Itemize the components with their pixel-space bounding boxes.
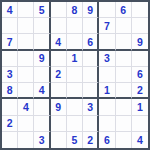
- cell-r3c4[interactable]: 4: [51, 34, 67, 50]
- cell-r7c2[interactable]: 4: [18, 99, 34, 115]
- cell-r7c4[interactable]: 9: [51, 99, 67, 115]
- cell-r7c1[interactable]: [2, 99, 18, 115]
- cell-r6c3[interactable]: 4: [34, 83, 50, 99]
- cell-r6c6[interactable]: [83, 83, 99, 99]
- cell-r9c3[interactable]: 3: [34, 132, 50, 148]
- cell-r5c8[interactable]: [116, 67, 132, 83]
- cell-r2c3[interactable]: [34, 18, 50, 34]
- cell-r7c6[interactable]: 3: [83, 99, 99, 115]
- cell-r8c5[interactable]: [67, 116, 83, 132]
- cell-r9c9[interactable]: 4: [132, 132, 148, 148]
- cell-r8c3[interactable]: [34, 116, 50, 132]
- cell-r1c2[interactable]: [18, 2, 34, 18]
- cell-r7c5[interactable]: [67, 99, 83, 115]
- cell-r1c6[interactable]: 9: [83, 2, 99, 18]
- cell-r7c3[interactable]: [34, 99, 50, 115]
- cell-r2c7[interactable]: 7: [99, 18, 115, 34]
- cell-r3c2[interactable]: [18, 34, 34, 50]
- cell-r8c7[interactable]: [99, 116, 115, 132]
- cell-r4c7[interactable]: 3: [99, 51, 115, 67]
- cell-r4c2[interactable]: [18, 51, 34, 67]
- cell-r3c7[interactable]: [99, 34, 115, 50]
- cell-r4c9[interactable]: [132, 51, 148, 67]
- cell-r3c8[interactable]: [116, 34, 132, 50]
- cell-r8c2[interactable]: [18, 116, 34, 132]
- cell-r2c5[interactable]: [67, 18, 83, 34]
- cell-r8c4[interactable]: [51, 116, 67, 132]
- cell-r7c8[interactable]: [116, 99, 132, 115]
- cell-r1c5[interactable]: 8: [67, 2, 83, 18]
- cell-r2c6[interactable]: [83, 18, 99, 34]
- cell-r2c8[interactable]: [116, 18, 132, 34]
- cell-r9c2[interactable]: [18, 132, 34, 148]
- cell-r4c1[interactable]: [2, 51, 18, 67]
- cell-r6c4[interactable]: [51, 83, 67, 99]
- cell-r6c2[interactable]: [18, 83, 34, 99]
- cell-r4c8[interactable]: [116, 51, 132, 67]
- cell-r2c1[interactable]: [2, 18, 18, 34]
- cell-r1c8[interactable]: 6: [116, 2, 132, 18]
- cell-r9c7[interactable]: 6: [99, 132, 115, 148]
- cell-r6c5[interactable]: [67, 83, 83, 99]
- cell-r6c9[interactable]: 2: [132, 83, 148, 99]
- cell-r4c6[interactable]: [83, 51, 99, 67]
- cell-r8c9[interactable]: [132, 116, 148, 132]
- cell-r5c5[interactable]: [67, 67, 83, 83]
- cell-r7c7[interactable]: [99, 99, 115, 115]
- cell-r7c9[interactable]: 1: [132, 99, 148, 115]
- cell-r8c6[interactable]: [83, 116, 99, 132]
- cell-r6c1[interactable]: 8: [2, 83, 18, 99]
- cell-r5c4[interactable]: 2: [51, 67, 67, 83]
- cell-r3c1[interactable]: 7: [2, 34, 18, 50]
- cell-r4c4[interactable]: [51, 51, 67, 67]
- cell-r9c5[interactable]: 5: [67, 132, 83, 148]
- cell-r4c3[interactable]: 9: [34, 51, 50, 67]
- cell-r2c2[interactable]: [18, 18, 34, 34]
- cell-r5c2[interactable]: [18, 67, 34, 83]
- cell-r2c9[interactable]: [132, 18, 148, 34]
- cell-r5c9[interactable]: 6: [132, 67, 148, 83]
- cell-r1c3[interactable]: 5: [34, 2, 50, 18]
- cell-r3c6[interactable]: 6: [83, 34, 99, 50]
- cell-r9c8[interactable]: [116, 132, 132, 148]
- cell-r9c1[interactable]: [2, 132, 18, 148]
- cell-r9c6[interactable]: 2: [83, 132, 99, 148]
- cell-r1c4[interactable]: [51, 2, 67, 18]
- cell-r6c7[interactable]: 1: [99, 83, 115, 99]
- cell-r6c8[interactable]: [116, 83, 132, 99]
- cell-r2c4[interactable]: [51, 18, 67, 34]
- cell-r3c3[interactable]: [34, 34, 50, 50]
- cell-r5c1[interactable]: 3: [2, 67, 18, 83]
- cell-r8c8[interactable]: [116, 116, 132, 132]
- cell-r5c7[interactable]: [99, 67, 115, 83]
- cell-r9c4[interactable]: [51, 132, 67, 148]
- cell-r5c6[interactable]: [83, 67, 99, 83]
- cell-r5c3[interactable]: [34, 67, 50, 83]
- cell-r1c1[interactable]: 4: [2, 2, 18, 18]
- cell-r3c5[interactable]: [67, 34, 83, 50]
- cell-r3c9[interactable]: 9: [132, 34, 148, 50]
- sudoku-board: 458967746991332684124931235264: [0, 0, 150, 150]
- cell-r8c1[interactable]: 2: [2, 116, 18, 132]
- cell-r4c5[interactable]: 1: [67, 51, 83, 67]
- cell-r1c9[interactable]: [132, 2, 148, 18]
- cell-r1c7[interactable]: [99, 2, 115, 18]
